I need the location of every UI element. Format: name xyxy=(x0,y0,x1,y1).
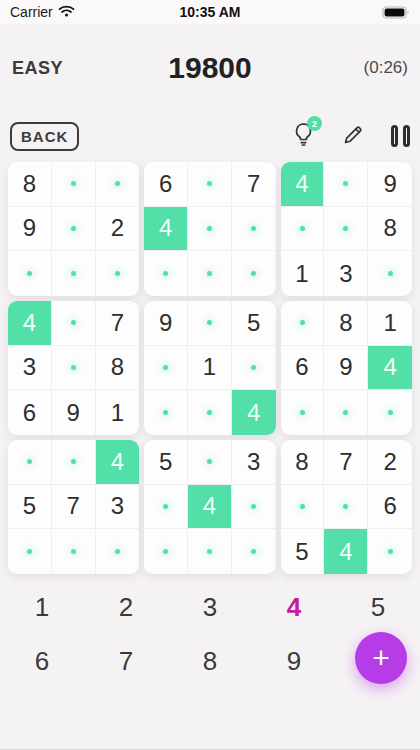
cell-r8c9[interactable]: 6 xyxy=(368,485,412,530)
cell-r6c6[interactable]: 4 xyxy=(232,390,276,435)
cell-r2c7[interactable] xyxy=(281,207,325,252)
battery-icon xyxy=(382,6,410,19)
cell-r7c3[interactable]: 4 xyxy=(96,440,140,485)
cell-r5c6[interactable] xyxy=(232,346,276,391)
empty-dot xyxy=(207,181,212,186)
cell-r5c3[interactable]: 8 xyxy=(96,346,140,391)
cell-r9c8[interactable]: 4 xyxy=(324,529,368,574)
keypad-5[interactable]: 5 xyxy=(336,580,420,634)
cell-r2c9[interactable]: 8 xyxy=(368,207,412,252)
cell-r7c9[interactable]: 2 xyxy=(368,440,412,485)
cell-r5c9[interactable]: 4 xyxy=(368,346,412,391)
timer-value: (0:26) xyxy=(364,58,408,78)
cell-r3c7[interactable]: 1 xyxy=(281,251,325,296)
empty-dot xyxy=(251,504,256,509)
toolbar: BACK 2 xyxy=(0,116,420,156)
empty-dot xyxy=(207,320,212,325)
cell-r3c1[interactable] xyxy=(8,251,52,296)
pencil-icon xyxy=(341,123,365,150)
cell-r2c1[interactable]: 9 xyxy=(8,207,52,252)
cell-r1c1[interactable]: 8 xyxy=(8,162,52,207)
wifi-icon xyxy=(58,4,75,20)
empty-dot xyxy=(343,181,348,186)
cell-r6c8[interactable] xyxy=(324,390,368,435)
empty-dot xyxy=(163,549,168,554)
cell-r5c8[interactable]: 9 xyxy=(324,346,368,391)
cell-r5c2[interactable] xyxy=(52,346,96,391)
cell-r4c2[interactable] xyxy=(52,301,96,346)
cell-r7c4[interactable]: 5 xyxy=(144,440,188,485)
notes-button[interactable] xyxy=(341,123,365,150)
cell-r7c5[interactable] xyxy=(188,440,232,485)
empty-dot xyxy=(163,504,168,509)
game-header: EASY 19800 (0:26) xyxy=(0,42,420,94)
empty-dot xyxy=(343,410,348,415)
empty-dot xyxy=(71,181,76,186)
cell-r7c6[interactable]: 3 xyxy=(232,440,276,485)
box-9: 872654 xyxy=(281,440,412,574)
cell-r9c2[interactable] xyxy=(52,529,96,574)
cell-r1c5[interactable] xyxy=(188,162,232,207)
empty-dot xyxy=(207,549,212,554)
cell-r2c6[interactable] xyxy=(232,207,276,252)
empty-dot xyxy=(71,459,76,464)
empty-dot xyxy=(207,459,212,464)
cell-r7c1[interactable] xyxy=(8,440,52,485)
cell-r1c9[interactable]: 9 xyxy=(368,162,412,207)
carrier-label: Carrier xyxy=(10,4,53,20)
cell-r2c4[interactable]: 4 xyxy=(144,207,188,252)
difficulty-label: EASY xyxy=(12,58,63,79)
cell-r1c8[interactable] xyxy=(324,162,368,207)
cell-r8c8[interactable] xyxy=(324,485,368,530)
cell-r4c3[interactable]: 7 xyxy=(96,301,140,346)
cell-r4c1[interactable]: 4 xyxy=(8,301,52,346)
cell-r7c2[interactable] xyxy=(52,440,96,485)
empty-dot xyxy=(163,365,168,370)
keypad-2[interactable]: 2 xyxy=(84,580,168,634)
empty-dot xyxy=(71,271,76,276)
empty-dot xyxy=(343,226,348,231)
cell-r8c1[interactable]: 5 xyxy=(8,485,52,530)
cell-r5c1[interactable]: 3 xyxy=(8,346,52,391)
cell-r8c6[interactable] xyxy=(232,485,276,530)
box-3: 49813 xyxy=(281,162,412,296)
cell-r7c7[interactable]: 8 xyxy=(281,440,325,485)
empty-dot xyxy=(207,410,212,415)
cell-r1c6[interactable]: 7 xyxy=(232,162,276,207)
cell-r9c7[interactable]: 5 xyxy=(281,529,325,574)
empty-dot xyxy=(300,410,305,415)
box-1: 892 xyxy=(8,162,139,296)
keypad-4[interactable]: 4 xyxy=(252,580,336,634)
cell-r4c4[interactable]: 9 xyxy=(144,301,188,346)
empty-dot xyxy=(251,226,256,231)
empty-dot xyxy=(207,271,212,276)
pause-button[interactable] xyxy=(391,125,410,147)
pause-icon xyxy=(391,125,410,147)
cell-r4c6[interactable]: 5 xyxy=(232,301,276,346)
cell-r1c3[interactable] xyxy=(96,162,140,207)
cell-r6c4[interactable] xyxy=(144,390,188,435)
empty-dot xyxy=(71,549,76,554)
cell-r4c8[interactable]: 8 xyxy=(324,301,368,346)
back-button[interactable]: BACK xyxy=(10,122,79,151)
cell-r5c5[interactable]: 1 xyxy=(188,346,232,391)
cell-r6c5[interactable] xyxy=(188,390,232,435)
app-screen: Carrier 10:35 AM EASY 19800 (0:26) BACK xyxy=(0,0,420,750)
cell-r8c5[interactable]: 4 xyxy=(188,485,232,530)
empty-dot xyxy=(300,226,305,231)
cell-r3c4[interactable] xyxy=(144,251,188,296)
cell-r8c4[interactable] xyxy=(144,485,188,530)
keypad-6[interactable]: 6 xyxy=(0,634,84,688)
keypad-8[interactable]: 8 xyxy=(168,634,252,688)
keypad-1[interactable]: 1 xyxy=(0,580,84,634)
empty-dot xyxy=(115,271,120,276)
cell-r5c7[interactable]: 6 xyxy=(281,346,325,391)
keypad-7[interactable]: 7 xyxy=(84,634,168,688)
cell-r8c7[interactable] xyxy=(281,485,325,530)
cell-r6c9[interactable] xyxy=(368,390,412,435)
empty-dot xyxy=(300,320,305,325)
cell-r3c9[interactable] xyxy=(368,251,412,296)
empty-dot xyxy=(163,410,168,415)
empty-dot xyxy=(388,271,393,276)
cell-r2c5[interactable] xyxy=(188,207,232,252)
cell-r3c6[interactable] xyxy=(232,251,276,296)
empty-dot xyxy=(251,271,256,276)
box-2: 674 xyxy=(144,162,275,296)
keypad-3[interactable]: 3 xyxy=(168,580,252,634)
plus-icon: + xyxy=(372,643,390,673)
empty-dot xyxy=(388,549,393,554)
empty-dot xyxy=(27,549,32,554)
add-button[interactable]: + xyxy=(355,632,407,684)
cell-r3c8[interactable]: 3 xyxy=(324,251,368,296)
cell-r3c3[interactable] xyxy=(96,251,140,296)
cell-r5c4[interactable] xyxy=(144,346,188,391)
empty-dot xyxy=(300,504,305,509)
empty-dot xyxy=(343,504,348,509)
empty-dot xyxy=(388,410,393,415)
empty-dot xyxy=(27,271,32,276)
empty-dot xyxy=(71,226,76,231)
cell-r8c3[interactable]: 3 xyxy=(96,485,140,530)
cell-r1c7[interactable]: 4 xyxy=(281,162,325,207)
empty-dot xyxy=(115,549,120,554)
cell-r2c3[interactable]: 2 xyxy=(96,207,140,252)
cell-r9c4[interactable] xyxy=(144,529,188,574)
empty-dot xyxy=(207,226,212,231)
cell-r9c5[interactable] xyxy=(188,529,232,574)
keypad: 123456789 xyxy=(0,580,420,688)
empty-dot xyxy=(27,459,32,464)
empty-dot xyxy=(251,365,256,370)
cell-r9c6[interactable] xyxy=(232,529,276,574)
cell-r7c8[interactable]: 7 xyxy=(324,440,368,485)
cell-r6c3[interactable]: 1 xyxy=(96,390,140,435)
hint-count-badge: 2 xyxy=(307,116,322,131)
box-8: 534 xyxy=(144,440,275,574)
cell-r1c2[interactable] xyxy=(52,162,96,207)
box-5: 9514 xyxy=(144,301,275,435)
hint-button[interactable]: 2 xyxy=(292,122,315,150)
empty-dot xyxy=(163,271,168,276)
cell-r3c2[interactable] xyxy=(52,251,96,296)
cell-r9c3[interactable] xyxy=(96,529,140,574)
cell-r9c1[interactable] xyxy=(8,529,52,574)
cell-r4c5[interactable] xyxy=(188,301,232,346)
empty-dot xyxy=(71,320,76,325)
empty-dot xyxy=(71,365,76,370)
cell-r1c4[interactable]: 6 xyxy=(144,162,188,207)
cell-r8c2[interactable]: 7 xyxy=(52,485,96,530)
status-bar: Carrier 10:35 AM xyxy=(0,0,420,24)
box-6: 81694 xyxy=(281,301,412,435)
cell-r2c2[interactable] xyxy=(52,207,96,252)
box-4: 4738691 xyxy=(8,301,139,435)
empty-dot xyxy=(115,181,120,186)
empty-dot xyxy=(251,549,256,554)
cell-r2c8[interactable] xyxy=(324,207,368,252)
cell-r6c7[interactable] xyxy=(281,390,325,435)
sudoku-board: 8926744981347386919514816944573534872654 xyxy=(8,162,412,574)
keypad-9[interactable]: 9 xyxy=(252,634,336,688)
cell-r9c9[interactable] xyxy=(368,529,412,574)
cell-r6c2[interactable]: 9 xyxy=(52,390,96,435)
cell-r6c1[interactable]: 6 xyxy=(8,390,52,435)
cell-r3c5[interactable] xyxy=(188,251,232,296)
box-7: 4573 xyxy=(8,440,139,574)
cell-r4c9[interactable]: 1 xyxy=(368,301,412,346)
cell-r4c7[interactable] xyxy=(281,301,325,346)
